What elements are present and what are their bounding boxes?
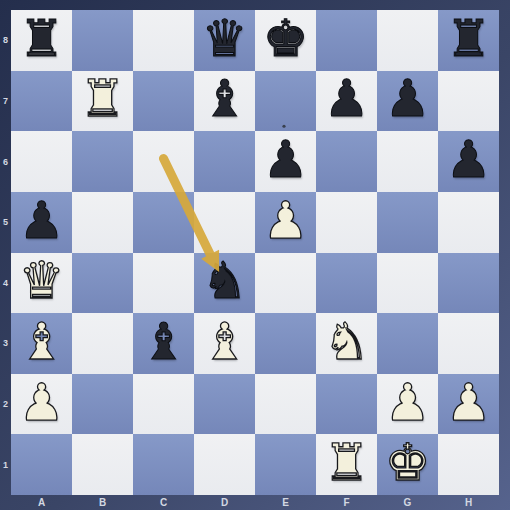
square-h4[interactable]: [438, 253, 499, 314]
black-rook[interactable]: ♜: [19, 13, 65, 64]
black-king[interactable]: ♚: [263, 13, 309, 64]
rank-label-3: 3: [0, 313, 11, 374]
rank-label-5: 5: [0, 192, 11, 253]
white-bishop[interactable]: ♝: [19, 316, 65, 367]
square-a4[interactable]: ♛: [11, 253, 72, 314]
square-e3[interactable]: [255, 313, 316, 374]
square-g7[interactable]: ♟: [377, 71, 438, 132]
square-h8[interactable]: ♜: [438, 10, 499, 71]
chess-board-frame: 87654321 ABCDEFGH ♜♛♚♜♜♝♟♟♟♟♟♟♛♞♝♝♝♞♟♟♟♜…: [0, 0, 510, 510]
black-pawn[interactable]: ♟: [263, 134, 309, 185]
white-king[interactable]: ♚: [385, 437, 431, 488]
square-d8[interactable]: ♛: [194, 10, 255, 71]
square-h2[interactable]: ♟: [438, 374, 499, 435]
square-d5[interactable]: [194, 192, 255, 253]
square-c5[interactable]: [133, 192, 194, 253]
file-labels: ABCDEFGH: [11, 495, 499, 510]
square-e1[interactable]: [255, 434, 316, 495]
square-e5[interactable]: ♟: [255, 192, 316, 253]
square-d7[interactable]: ♝: [194, 71, 255, 132]
square-b5[interactable]: [72, 192, 133, 253]
white-knight[interactable]: ♞: [324, 316, 370, 367]
file-label-f: F: [316, 495, 377, 510]
square-c3[interactable]: ♝: [133, 313, 194, 374]
rank-label-7: 7: [0, 71, 11, 132]
square-g5[interactable]: [377, 192, 438, 253]
square-c4[interactable]: [133, 253, 194, 314]
square-h3[interactable]: [438, 313, 499, 374]
black-pawn[interactable]: ♟: [385, 73, 431, 124]
square-c1[interactable]: [133, 434, 194, 495]
square-b1[interactable]: [72, 434, 133, 495]
square-a8[interactable]: ♜: [11, 10, 72, 71]
square-b2[interactable]: [72, 374, 133, 435]
square-c8[interactable]: [133, 10, 194, 71]
black-pawn[interactable]: ♟: [324, 73, 370, 124]
black-knight[interactable]: ♞: [202, 255, 248, 306]
square-f8[interactable]: [316, 10, 377, 71]
square-d6[interactable]: [194, 131, 255, 192]
black-bishop[interactable]: ♝: [202, 73, 248, 124]
square-d3[interactable]: ♝: [194, 313, 255, 374]
square-f5[interactable]: [316, 192, 377, 253]
square-e8[interactable]: ♚: [255, 10, 316, 71]
black-pawn[interactable]: ♟: [19, 195, 65, 246]
white-bishop[interactable]: ♝: [202, 316, 248, 367]
square-g4[interactable]: [377, 253, 438, 314]
square-g8[interactable]: [377, 10, 438, 71]
square-a2[interactable]: ♟: [11, 374, 72, 435]
file-label-c: C: [133, 495, 194, 510]
square-f7[interactable]: ♟: [316, 71, 377, 132]
black-rook[interactable]: ♜: [446, 13, 492, 64]
square-b4[interactable]: [72, 253, 133, 314]
square-c2[interactable]: [133, 374, 194, 435]
file-label-h: H: [438, 495, 499, 510]
square-e6[interactable]: ♟: [255, 131, 316, 192]
square-h7[interactable]: [438, 71, 499, 132]
chess-board[interactable]: ♜♛♚♜♜♝♟♟♟♟♟♟♛♞♝♝♝♞♟♟♟♜♚: [11, 10, 499, 495]
black-pawn[interactable]: ♟: [446, 134, 492, 185]
file-label-b: B: [72, 495, 133, 510]
square-h6[interactable]: ♟: [438, 131, 499, 192]
square-a3[interactable]: ♝: [11, 313, 72, 374]
black-bishop[interactable]: ♝: [141, 316, 187, 367]
white-pawn[interactable]: ♟: [263, 195, 309, 246]
square-a7[interactable]: [11, 71, 72, 132]
white-queen[interactable]: ♛: [19, 255, 65, 306]
square-f1[interactable]: ♜: [316, 434, 377, 495]
square-e7[interactable]: [255, 71, 316, 132]
square-b7[interactable]: ♜: [72, 71, 133, 132]
rank-labels: 87654321: [0, 10, 11, 495]
square-d2[interactable]: [194, 374, 255, 435]
square-g6[interactable]: [377, 131, 438, 192]
square-f2[interactable]: [316, 374, 377, 435]
rank-label-2: 2: [0, 374, 11, 435]
square-b8[interactable]: [72, 10, 133, 71]
square-h5[interactable]: [438, 192, 499, 253]
black-queen[interactable]: ♛: [202, 13, 248, 64]
square-g3[interactable]: [377, 313, 438, 374]
file-label-e: E: [255, 495, 316, 510]
square-a5[interactable]: ♟: [11, 192, 72, 253]
square-b3[interactable]: [72, 313, 133, 374]
square-e2[interactable]: [255, 374, 316, 435]
file-label-a: A: [11, 495, 72, 510]
square-c7[interactable]: [133, 71, 194, 132]
square-f3[interactable]: ♞: [316, 313, 377, 374]
white-rook[interactable]: ♜: [324, 437, 370, 488]
rank-label-1: 1: [0, 434, 11, 495]
square-c6[interactable]: [133, 131, 194, 192]
square-b6[interactable]: [72, 131, 133, 192]
square-g2[interactable]: ♟: [377, 374, 438, 435]
square-f6[interactable]: [316, 131, 377, 192]
square-e4[interactable]: [255, 253, 316, 314]
file-label-g: G: [377, 495, 438, 510]
rank-label-8: 8: [0, 10, 11, 71]
square-d1[interactable]: [194, 434, 255, 495]
square-g1[interactable]: ♚: [377, 434, 438, 495]
rank-label-6: 6: [0, 131, 11, 192]
square-h1[interactable]: [438, 434, 499, 495]
white-rook[interactable]: ♜: [80, 73, 126, 124]
square-a1[interactable]: [11, 434, 72, 495]
square-f4[interactable]: [316, 253, 377, 314]
square-a6[interactable]: [11, 131, 72, 192]
square-d4[interactable]: ♞: [194, 253, 255, 314]
file-label-d: D: [194, 495, 255, 510]
white-pawn[interactable]: ♟: [385, 377, 431, 428]
white-pawn[interactable]: ♟: [446, 377, 492, 428]
white-pawn[interactable]: ♟: [19, 377, 65, 428]
rank-label-4: 4: [0, 253, 11, 314]
